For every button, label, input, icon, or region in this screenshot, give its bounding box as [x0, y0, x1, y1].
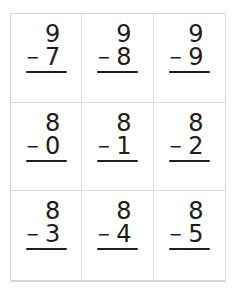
answer-line: [26, 160, 67, 162]
subtraction-problem: 9 − 8: [97, 23, 138, 73]
minus-sign: −: [26, 135, 39, 158]
answer-line: [169, 71, 210, 73]
answer-line: [97, 71, 138, 73]
subtraction-problem: 9 − 7: [26, 23, 67, 73]
subtraction-problem: 8 − 5: [169, 200, 210, 250]
answer-line: [26, 248, 67, 250]
subtraction-problem: 8 − 3: [26, 200, 67, 250]
minus-sign: −: [26, 46, 39, 69]
minus-sign: −: [169, 223, 182, 246]
subtrahend-row: − 5: [169, 223, 210, 246]
subtraction-problem: 8 − 1: [97, 112, 138, 162]
flashcard-8-minus-5: 8 − 5: [154, 191, 225, 280]
flashcard-grid: 9 − 7 9 − 8: [10, 13, 226, 282]
subtrahend-row: − 9: [169, 46, 210, 69]
subtrahend-row: − 4: [97, 223, 138, 246]
flashcard-8-minus-4: 8 − 4: [82, 191, 153, 280]
subtrahend: 3: [39, 223, 67, 246]
flashcard-8-minus-1: 8 − 1: [82, 103, 153, 192]
minus-sign: −: [169, 46, 182, 69]
answer-line: [26, 71, 67, 73]
subtraction-problem: 8 − 2: [169, 112, 210, 162]
flashcard-8-minus-2: 8 − 2: [154, 103, 225, 192]
subtrahend: 2: [182, 135, 210, 158]
subtrahend: 7: [39, 46, 67, 69]
subtrahend-row: − 3: [26, 223, 67, 246]
subtrahend-row: − 2: [169, 135, 210, 158]
subtraction-problem: 9 − 9: [169, 23, 210, 73]
minus-sign: −: [97, 223, 110, 246]
minus-sign: −: [97, 135, 110, 158]
subtrahend: 5: [182, 223, 210, 246]
answer-line: [169, 160, 210, 162]
subtrahend: 0: [39, 135, 67, 158]
subtrahend: 4: [110, 223, 138, 246]
minus-sign: −: [26, 223, 39, 246]
flashcard-8-minus-3: 8 − 3: [11, 191, 82, 280]
subtrahend: 9: [182, 46, 210, 69]
flashcard-sheet: 9 − 7 9 − 8: [0, 0, 236, 305]
minus-sign: −: [97, 46, 110, 69]
flashcard-9-minus-9: 9 − 9: [154, 14, 225, 103]
subtrahend-row: − 0: [26, 135, 67, 158]
subtraction-problem: 8 − 4: [97, 200, 138, 250]
subtrahend-row: − 1: [97, 135, 138, 158]
subtrahend: 1: [110, 135, 138, 158]
flashcard-9-minus-7: 9 − 7: [11, 14, 82, 103]
subtrahend: 8: [110, 46, 138, 69]
subtraction-problem: 8 − 0: [26, 112, 67, 162]
subtrahend-row: − 7: [26, 46, 67, 69]
answer-line: [169, 248, 210, 250]
flashcard-8-minus-0: 8 − 0: [11, 103, 82, 192]
minus-sign: −: [169, 135, 182, 158]
answer-line: [97, 160, 138, 162]
subtrahend-row: − 8: [97, 46, 138, 69]
answer-line: [97, 248, 138, 250]
flashcard-9-minus-8: 9 − 8: [82, 14, 153, 103]
